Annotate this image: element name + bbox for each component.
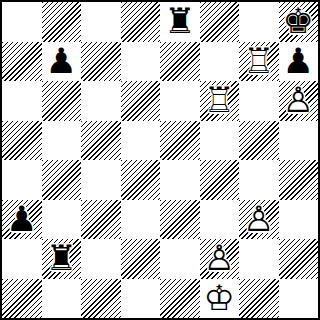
black-king-icon: ♚ (279, 2, 319, 42)
square-c1[interactable] (81, 279, 121, 319)
square-g2[interactable] (239, 239, 279, 279)
square-c5[interactable] (81, 121, 121, 161)
piece-black-pawn[interactable]: ♟ (42, 42, 82, 82)
square-d6[interactable] (121, 81, 161, 121)
piece-black-pawn[interactable]: ♟ (279, 42, 319, 82)
square-h4[interactable] (279, 160, 319, 200)
square-f3[interactable] (200, 200, 240, 240)
square-e5[interactable] (160, 121, 200, 161)
piece-white-pawn[interactable]: ♟♙ (279, 81, 319, 121)
square-a3[interactable]: ♟ (2, 200, 42, 240)
square-f5[interactable] (200, 121, 240, 161)
square-h6[interactable]: ♟♙ (279, 81, 319, 121)
piece-black-king[interactable]: ♚ (279, 2, 319, 42)
square-h5[interactable] (279, 121, 319, 161)
square-h2[interactable] (279, 239, 319, 279)
square-b1[interactable] (42, 279, 82, 319)
square-e8[interactable]: ♜ (160, 2, 200, 42)
piece-white-rook[interactable]: ♜♖ (200, 81, 240, 121)
square-g7[interactable]: ♜♖ (239, 42, 279, 82)
square-a1[interactable] (2, 279, 42, 319)
square-f6[interactable]: ♜♖ (200, 81, 240, 121)
square-e2[interactable] (160, 239, 200, 279)
square-c2[interactable] (81, 239, 121, 279)
square-f7[interactable] (200, 42, 240, 82)
piece-white-king[interactable]: ♚♔ (200, 279, 240, 319)
square-b3[interactable] (42, 200, 82, 240)
square-f2[interactable]: ♟♙ (200, 239, 240, 279)
square-g6[interactable] (239, 81, 279, 121)
square-g5[interactable] (239, 121, 279, 161)
square-d5[interactable] (121, 121, 161, 161)
black-pawn-icon: ♟ (42, 42, 82, 82)
square-c6[interactable] (81, 81, 121, 121)
square-h7[interactable]: ♟ (279, 42, 319, 82)
black-rook-icon: ♜ (160, 2, 200, 42)
white-pawn-outline-icon: ♙ (200, 239, 240, 279)
square-d1[interactable] (121, 279, 161, 319)
white-king-outline-icon: ♔ (200, 279, 240, 319)
piece-white-rook[interactable]: ♜♖ (239, 42, 279, 82)
square-d3[interactable] (121, 200, 161, 240)
square-b8[interactable] (42, 2, 82, 42)
piece-black-rook[interactable]: ♜ (160, 2, 200, 42)
chess-board: ♜♚♟♜♖♟♜♖♟♙♟♟♙♜♟♙♚♔ (0, 0, 320, 320)
square-e7[interactable] (160, 42, 200, 82)
square-b4[interactable] (42, 160, 82, 200)
square-e3[interactable] (160, 200, 200, 240)
square-g4[interactable] (239, 160, 279, 200)
square-d4[interactable] (121, 160, 161, 200)
square-a4[interactable] (2, 160, 42, 200)
square-g3[interactable]: ♟♙ (239, 200, 279, 240)
square-h1[interactable] (279, 279, 319, 319)
black-pawn-icon: ♟ (2, 200, 42, 240)
square-a6[interactable] (2, 81, 42, 121)
square-b5[interactable] (42, 121, 82, 161)
piece-black-rook[interactable]: ♜ (42, 239, 82, 279)
piece-white-pawn[interactable]: ♟♙ (200, 239, 240, 279)
square-a8[interactable] (2, 2, 42, 42)
square-f8[interactable] (200, 2, 240, 42)
white-pawn-outline-icon: ♙ (239, 200, 279, 240)
square-c8[interactable] (81, 2, 121, 42)
square-e1[interactable] (160, 279, 200, 319)
white-pawn-outline-icon: ♙ (279, 81, 319, 121)
square-f1[interactable]: ♚♔ (200, 279, 240, 319)
square-c3[interactable] (81, 200, 121, 240)
square-e4[interactable] (160, 160, 200, 200)
square-h8[interactable]: ♚ (279, 2, 319, 42)
square-e6[interactable] (160, 81, 200, 121)
black-rook-icon: ♜ (42, 239, 82, 279)
square-c4[interactable] (81, 160, 121, 200)
square-c7[interactable] (81, 42, 121, 82)
square-h3[interactable] (279, 200, 319, 240)
square-d2[interactable] (121, 239, 161, 279)
piece-black-pawn[interactable]: ♟ (2, 200, 42, 240)
piece-white-pawn[interactable]: ♟♙ (239, 200, 279, 240)
square-g1[interactable] (239, 279, 279, 319)
square-b6[interactable] (42, 81, 82, 121)
square-a2[interactable] (2, 239, 42, 279)
square-g8[interactable] (239, 2, 279, 42)
square-a7[interactable] (2, 42, 42, 82)
white-rook-outline-icon: ♖ (239, 42, 279, 82)
square-a5[interactable] (2, 121, 42, 161)
square-d7[interactable] (121, 42, 161, 82)
square-b7[interactable]: ♟ (42, 42, 82, 82)
square-b2[interactable]: ♜ (42, 239, 82, 279)
square-f4[interactable] (200, 160, 240, 200)
black-pawn-icon: ♟ (279, 42, 319, 82)
square-d8[interactable] (121, 2, 161, 42)
white-rook-outline-icon: ♖ (200, 81, 240, 121)
